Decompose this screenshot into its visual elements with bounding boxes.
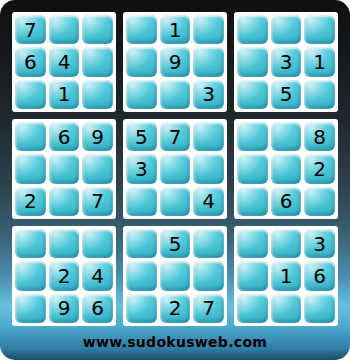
cell-r1c1[interactable]: 7 <box>15 15 46 44</box>
cell-r4c3[interactable]: 9 <box>82 122 113 151</box>
cell-r9c1[interactable] <box>15 294 46 323</box>
box-1: 7641 <box>12 12 116 112</box>
cell-r5c2[interactable] <box>49 154 80 183</box>
cell-r3c1[interactable] <box>15 80 46 109</box>
cell-r9c3[interactable]: 6 <box>82 294 113 323</box>
cell-r6c1[interactable]: 2 <box>15 187 46 216</box>
cell-r1c7[interactable] <box>237 15 268 44</box>
cell-r6c5[interactable] <box>160 187 191 216</box>
cell-r8c4[interactable] <box>126 261 157 290</box>
box-9: 316 <box>234 226 338 326</box>
cell-r9c2[interactable]: 9 <box>49 294 80 323</box>
cell-r4c9[interactable]: 8 <box>304 122 335 151</box>
cell-r5c7[interactable] <box>237 154 268 183</box>
cell-r1c9[interactable] <box>304 15 335 44</box>
box-6: 826 <box>234 119 338 219</box>
box-5: 5734 <box>123 119 227 219</box>
cell-r9c4[interactable] <box>126 294 157 323</box>
cell-r3c5[interactable] <box>160 80 191 109</box>
cell-r7c5[interactable]: 5 <box>160 229 191 258</box>
cell-r3c7[interactable] <box>237 80 268 109</box>
cell-r9c7[interactable] <box>237 294 268 323</box>
cell-r5c4[interactable]: 3 <box>126 154 157 183</box>
cell-r7c6[interactable] <box>193 229 224 258</box>
cell-r9c9[interactable] <box>304 294 335 323</box>
cell-r7c9[interactable]: 3 <box>304 229 335 258</box>
cell-r7c4[interactable] <box>126 229 157 258</box>
cell-r7c2[interactable] <box>49 229 80 258</box>
cell-r6c3[interactable]: 7 <box>82 187 113 216</box>
cell-r6c7[interactable] <box>237 187 268 216</box>
cell-r3c8[interactable]: 5 <box>271 80 302 109</box>
cell-r4c6[interactable] <box>193 122 224 151</box>
cell-r5c8[interactable] <box>271 154 302 183</box>
box-2: 193 <box>123 12 227 112</box>
cell-r5c6[interactable] <box>193 154 224 183</box>
cell-r3c6[interactable]: 3 <box>193 80 224 109</box>
cell-r2c6[interactable] <box>193 47 224 76</box>
cell-r1c2[interactable] <box>49 15 80 44</box>
cell-r1c4[interactable] <box>126 15 157 44</box>
cell-r5c3[interactable] <box>82 154 113 183</box>
cell-r1c3[interactable] <box>82 15 113 44</box>
cell-r4c8[interactable] <box>271 122 302 151</box>
sudoku-grid: 7641193315692757348262496527316 <box>12 12 338 326</box>
cell-r8c8[interactable]: 1 <box>271 261 302 290</box>
cell-r2c9[interactable]: 1 <box>304 47 335 76</box>
cell-r8c1[interactable] <box>15 261 46 290</box>
cell-r8c3[interactable]: 4 <box>82 261 113 290</box>
cell-r2c2[interactable]: 4 <box>49 47 80 76</box>
cell-r7c1[interactable] <box>15 229 46 258</box>
cell-r5c5[interactable] <box>160 154 191 183</box>
cell-r2c7[interactable] <box>237 47 268 76</box>
website-link[interactable]: www.sudokusweb.com <box>83 334 267 350</box>
cell-r8c5[interactable] <box>160 261 191 290</box>
cell-r4c7[interactable] <box>237 122 268 151</box>
cell-r9c8[interactable] <box>271 294 302 323</box>
cell-r3c4[interactable] <box>126 80 157 109</box>
cell-r1c5[interactable]: 1 <box>160 15 191 44</box>
cell-r1c6[interactable] <box>193 15 224 44</box>
cell-r9c5[interactable]: 2 <box>160 294 191 323</box>
cell-r8c2[interactable]: 2 <box>49 261 80 290</box>
box-8: 527 <box>123 226 227 326</box>
cell-r4c2[interactable]: 6 <box>49 122 80 151</box>
cell-r4c5[interactable]: 7 <box>160 122 191 151</box>
cell-r3c3[interactable] <box>82 80 113 109</box>
cell-r3c2[interactable]: 1 <box>49 80 80 109</box>
cell-r2c1[interactable]: 6 <box>15 47 46 76</box>
cell-r8c7[interactable] <box>237 261 268 290</box>
cell-r7c8[interactable] <box>271 229 302 258</box>
footer: www.sudokusweb.com <box>0 331 350 353</box>
cell-r4c4[interactable]: 5 <box>126 122 157 151</box>
cell-r2c3[interactable] <box>82 47 113 76</box>
cell-r4c1[interactable] <box>15 122 46 151</box>
cell-r5c9[interactable]: 2 <box>304 154 335 183</box>
cell-r7c7[interactable] <box>237 229 268 258</box>
cell-r1c8[interactable] <box>271 15 302 44</box>
cell-r8c9[interactable]: 6 <box>304 261 335 290</box>
cell-r2c8[interactable]: 3 <box>271 47 302 76</box>
sudoku-board: 7641193315692757348262496527316 www.sudo… <box>0 0 350 360</box>
cell-r3c9[interactable] <box>304 80 335 109</box>
cell-r6c4[interactable] <box>126 187 157 216</box>
cell-r9c6[interactable]: 7 <box>193 294 224 323</box>
cell-r2c5[interactable]: 9 <box>160 47 191 76</box>
cell-r8c6[interactable] <box>193 261 224 290</box>
cell-r6c6[interactable]: 4 <box>193 187 224 216</box>
box-3: 315 <box>234 12 338 112</box>
cell-r6c2[interactable] <box>49 187 80 216</box>
cell-r7c3[interactable] <box>82 229 113 258</box>
cell-r2c4[interactable] <box>126 47 157 76</box>
cell-r6c9[interactable] <box>304 187 335 216</box>
box-7: 2496 <box>12 226 116 326</box>
cell-r6c8[interactable]: 6 <box>271 187 302 216</box>
box-4: 6927 <box>12 119 116 219</box>
cell-r5c1[interactable] <box>15 154 46 183</box>
